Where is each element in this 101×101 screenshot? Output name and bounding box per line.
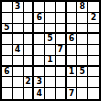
cell-r3c7-empty[interactable] xyxy=(67,24,78,35)
cell-r6c9-empty[interactable] xyxy=(88,56,99,67)
cell-r4c7-given: 6 xyxy=(67,34,78,45)
cell-r2c1-empty[interactable] xyxy=(2,13,13,24)
cell-r5c9-empty[interactable] xyxy=(88,45,99,56)
cell-r4c3-empty[interactable] xyxy=(24,34,35,45)
cell-r9c8-empty[interactable] xyxy=(77,88,88,99)
cell-r2c7-empty[interactable] xyxy=(67,13,78,24)
cell-r3c2-empty[interactable] xyxy=(13,24,24,35)
cell-r5c4-empty[interactable] xyxy=(34,45,45,56)
cell-r6c3-empty[interactable] xyxy=(24,56,35,67)
cell-r7c8-given: 5 xyxy=(77,67,88,78)
cell-r3c8-empty[interactable] xyxy=(77,24,88,35)
cell-r3c5-empty[interactable] xyxy=(45,24,56,35)
cell-r9c6-empty[interactable] xyxy=(56,88,67,99)
cell-r5c6-given: 7 xyxy=(56,45,67,56)
cell-r9c2-empty[interactable] xyxy=(13,88,24,99)
cell-r9c9-empty[interactable] xyxy=(88,88,99,99)
cell-r8c4-given: 3 xyxy=(34,77,45,88)
cell-r2c9-given: 2 xyxy=(88,13,99,24)
cell-r8c2-empty[interactable] xyxy=(13,77,24,88)
cell-r4c5-given: 5 xyxy=(45,34,56,45)
cell-r6c2-empty[interactable] xyxy=(13,56,24,67)
cell-r2c5-empty[interactable] xyxy=(45,13,56,24)
cell-r7c4-empty[interactable] xyxy=(34,67,45,78)
cell-r3c4-empty[interactable] xyxy=(34,24,45,35)
cell-r3c3-empty[interactable] xyxy=(24,24,35,35)
cell-r8c9-empty[interactable] xyxy=(88,77,99,88)
cell-r1c7-empty[interactable] xyxy=(67,2,78,13)
cell-r7c3-empty[interactable] xyxy=(24,67,35,78)
cell-r9c4-given: 4 xyxy=(34,88,45,99)
sudoku-board: 38625564716152347 xyxy=(0,0,101,101)
cell-r2c6-empty[interactable] xyxy=(56,13,67,24)
cell-r8c1-empty[interactable] xyxy=(2,77,13,88)
cell-r7c7-given: 1 xyxy=(67,67,78,78)
cell-r5c5-empty[interactable] xyxy=(45,45,56,56)
cell-r9c7-given: 7 xyxy=(67,88,78,99)
cell-r2c4-given: 6 xyxy=(34,13,45,24)
cell-r6c6-empty[interactable] xyxy=(56,56,67,67)
cell-r3c6-empty[interactable] xyxy=(56,24,67,35)
cell-r5c3-empty[interactable] xyxy=(24,45,35,56)
cell-r5c8-empty[interactable] xyxy=(77,45,88,56)
cell-r4c4-empty[interactable] xyxy=(34,34,45,45)
cell-r1c6-empty[interactable] xyxy=(56,2,67,13)
cell-r5c1-empty[interactable] xyxy=(2,45,13,56)
cell-r8c7-empty[interactable] xyxy=(67,77,78,88)
cell-r6c5-given: 1 xyxy=(45,56,56,67)
cell-r4c8-empty[interactable] xyxy=(77,34,88,45)
cell-r6c7-empty[interactable] xyxy=(67,56,78,67)
cell-r9c3-empty[interactable] xyxy=(24,88,35,99)
cell-r1c1-empty[interactable] xyxy=(2,2,13,13)
cell-r1c9-empty[interactable] xyxy=(88,2,99,13)
cell-r1c8-given: 8 xyxy=(77,2,88,13)
cell-r4c1-empty[interactable] xyxy=(2,34,13,45)
cell-r6c4-empty[interactable] xyxy=(34,56,45,67)
cell-r8c8-empty[interactable] xyxy=(77,77,88,88)
cell-r5c2-given: 4 xyxy=(13,45,24,56)
cell-r3c1-given: 5 xyxy=(2,24,13,35)
cell-r1c3-empty[interactable] xyxy=(24,2,35,13)
cell-r2c3-empty[interactable] xyxy=(24,13,35,24)
cell-r7c5-empty[interactable] xyxy=(45,67,56,78)
cell-r1c5-empty[interactable] xyxy=(45,2,56,13)
cell-r3c9-empty[interactable] xyxy=(88,24,99,35)
cell-r9c1-empty[interactable] xyxy=(2,88,13,99)
cell-r6c1-empty[interactable] xyxy=(2,56,13,67)
cell-r7c6-empty[interactable] xyxy=(56,67,67,78)
cell-r7c1-given: 6 xyxy=(2,67,13,78)
cell-r2c2-empty[interactable] xyxy=(13,13,24,24)
cell-r7c2-empty[interactable] xyxy=(13,67,24,78)
cell-r8c3-given: 2 xyxy=(24,77,35,88)
cell-r5c7-empty[interactable] xyxy=(67,45,78,56)
cell-r2c8-empty[interactable] xyxy=(77,13,88,24)
cell-r6c8-empty[interactable] xyxy=(77,56,88,67)
cell-r7c9-empty[interactable] xyxy=(88,67,99,78)
cell-r8c6-empty[interactable] xyxy=(56,77,67,88)
cell-r4c9-empty[interactable] xyxy=(88,34,99,45)
cell-r1c4-empty[interactable] xyxy=(34,2,45,13)
cell-r8c5-empty[interactable] xyxy=(45,77,56,88)
cell-r1c2-given: 3 xyxy=(13,2,24,13)
cell-r4c2-empty[interactable] xyxy=(13,34,24,45)
cell-r4c6-empty[interactable] xyxy=(56,34,67,45)
cell-r9c5-empty[interactable] xyxy=(45,88,56,99)
